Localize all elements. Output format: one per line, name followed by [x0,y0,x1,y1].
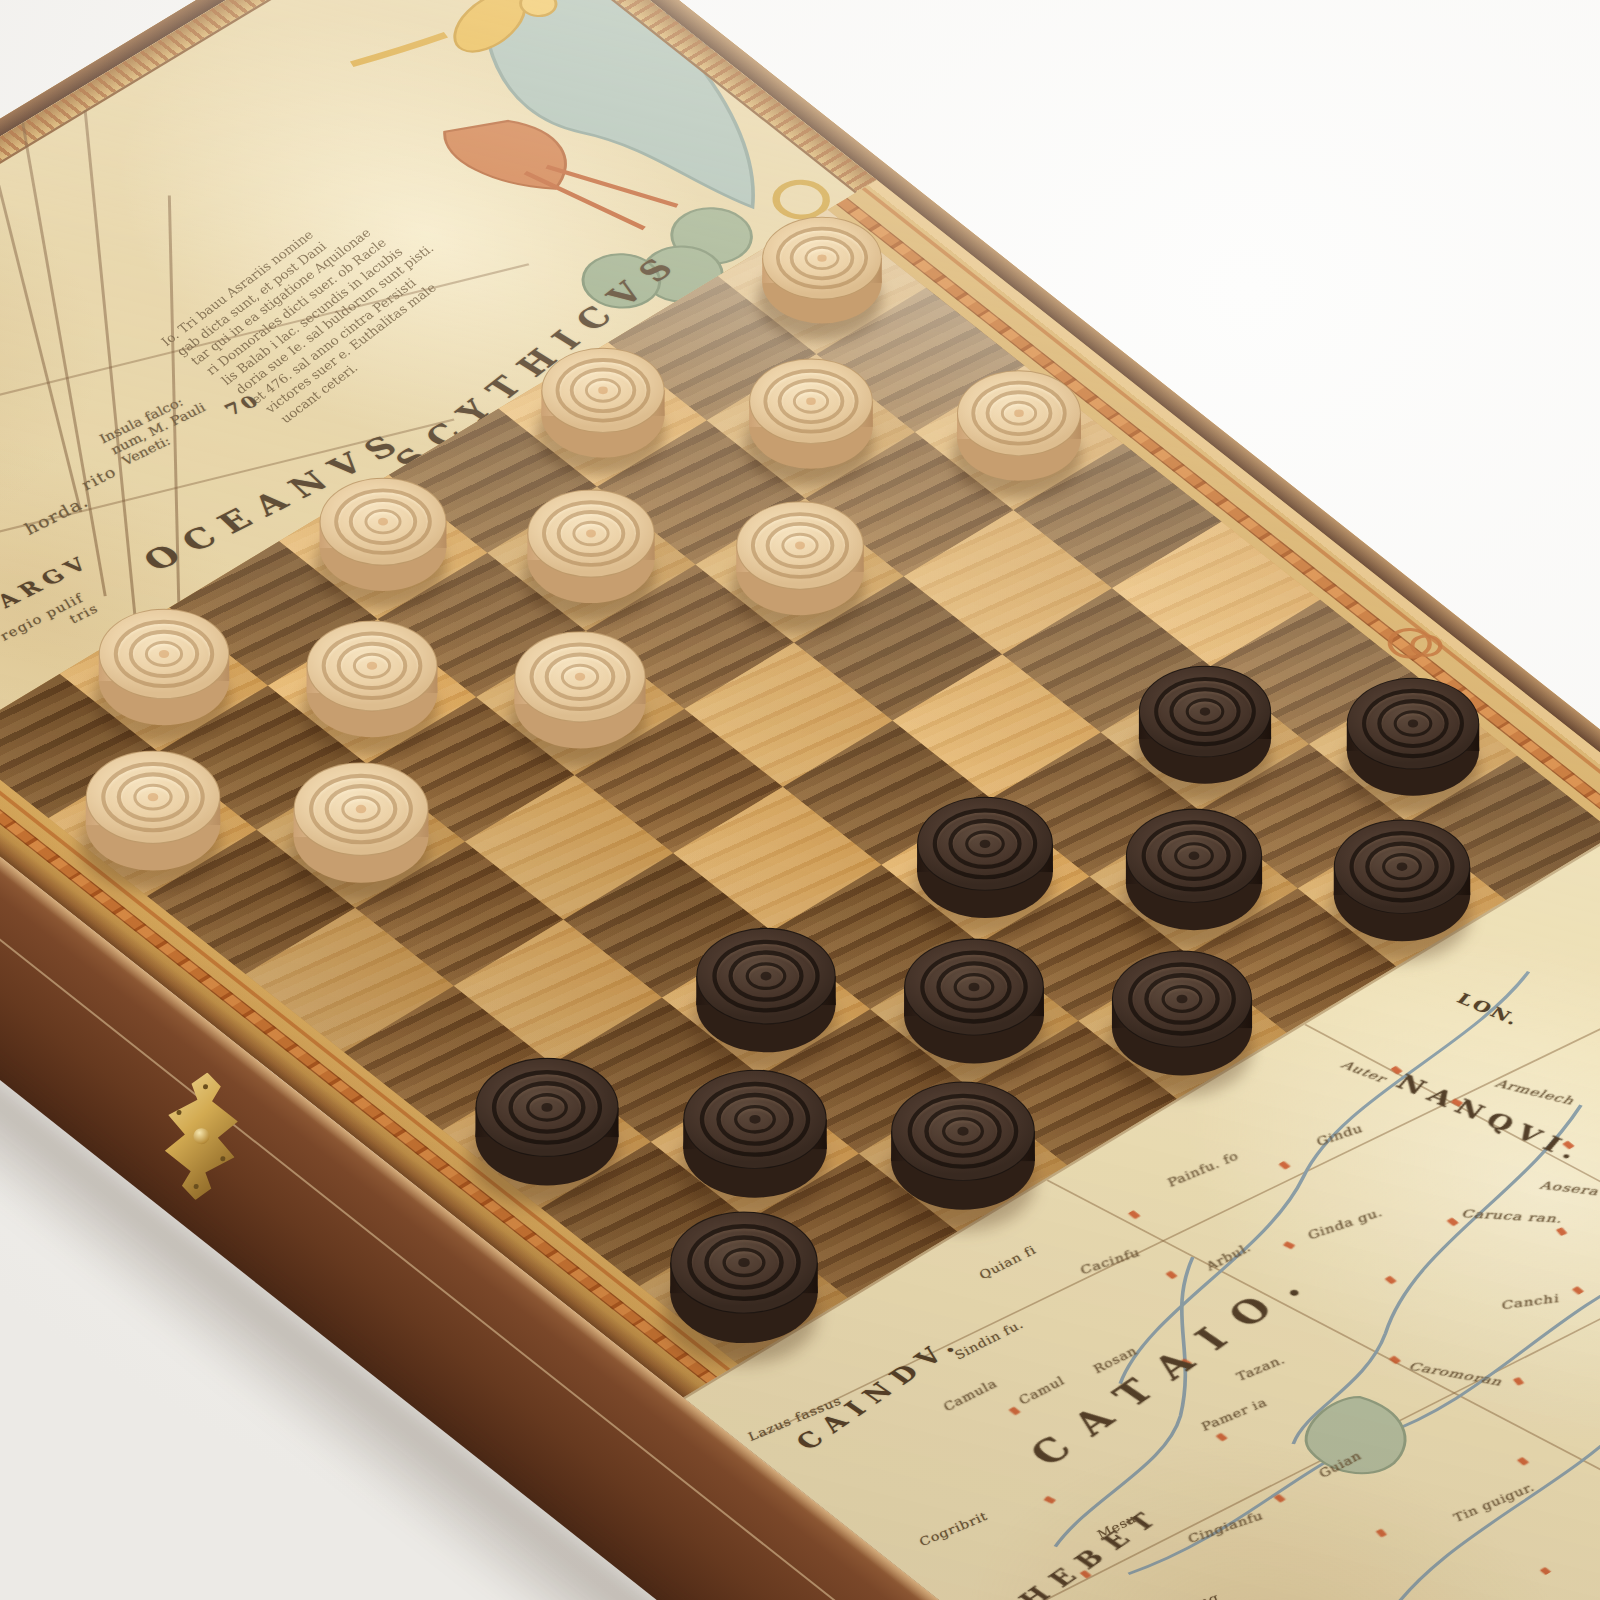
scene: Io. Tri bauu Asrariis nominegab dicta su… [0,0,1600,1600]
map-label: horda. [18,494,93,538]
meridian-line [84,110,141,662]
brass-clasp [150,1068,254,1204]
